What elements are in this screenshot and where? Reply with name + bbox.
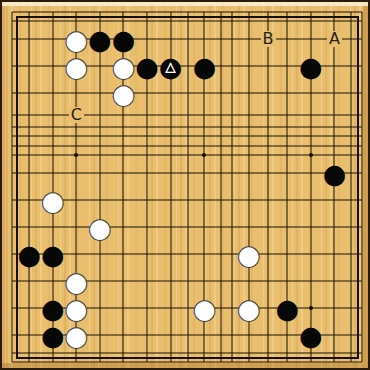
intersection-0-3[interactable] (7, 53, 17, 80)
intersection-16-18[interactable] (323, 358, 347, 367)
intersection-18-18[interactable] (357, 358, 367, 367)
intersection-13-12[interactable] (261, 214, 276, 241)
intersection-14-14[interactable] (276, 268, 300, 295)
intersection-0-2[interactable] (7, 26, 17, 53)
intersection-10-13[interactable] (216, 241, 226, 268)
intersection-7-16[interactable] (159, 322, 183, 349)
intersection-13-11[interactable] (261, 187, 276, 214)
intersection-18-5[interactable] (357, 107, 367, 123)
intersection-8-13[interactable] (182, 241, 192, 268)
intersection-1-16[interactable] (17, 322, 41, 349)
intersection-7-14[interactable] (159, 268, 183, 295)
intersection-9-2[interactable] (193, 26, 217, 53)
intersection-17-8[interactable] (346, 141, 356, 150)
intersection-14-12[interactable] (276, 214, 300, 241)
intersection-5-10[interactable] (112, 160, 136, 187)
intersection-9-7[interactable] (193, 132, 217, 141)
intersection-6-9[interactable] (135, 150, 159, 159)
intersection-1-7[interactable] (17, 132, 41, 141)
intersection-4-6[interactable] (88, 123, 112, 132)
intersection-6-13[interactable] (135, 241, 159, 268)
intersection-6-1[interactable] (135, 16, 159, 25)
black-stone[interactable]: ● (193, 53, 217, 80)
point-label-C[interactable]: C (69, 107, 84, 123)
intersection-3-12[interactable] (65, 214, 89, 241)
intersection-8-2[interactable] (182, 26, 192, 53)
black-stone[interactable]: ● (323, 160, 347, 187)
intersection-3-11[interactable] (65, 187, 89, 214)
intersection-0-16[interactable] (7, 322, 17, 349)
intersection-18-7[interactable] (357, 132, 367, 141)
intersection-5-11[interactable] (112, 187, 136, 214)
intersection-5-12[interactable] (112, 214, 136, 241)
intersection-5-6[interactable] (112, 123, 136, 132)
intersection-11-3[interactable] (227, 53, 237, 80)
intersection-0-15[interactable] (7, 295, 17, 322)
intersection-17-12[interactable] (346, 214, 356, 241)
intersection-5-16[interactable] (112, 322, 136, 349)
intersection-13-9[interactable] (261, 150, 276, 159)
intersection-14-6[interactable] (276, 123, 300, 132)
intersection-18-14[interactable] (357, 268, 367, 295)
intersection-0-12[interactable] (7, 214, 17, 241)
intersection-11-16[interactable] (227, 322, 237, 349)
intersection-12-0[interactable] (237, 7, 261, 16)
intersection-4-0[interactable] (88, 7, 112, 16)
intersection-7-8[interactable] (159, 141, 183, 150)
black-stone[interactable]: ● (41, 322, 65, 349)
intersection-17-13[interactable] (346, 241, 356, 268)
intersection-4-11[interactable] (88, 187, 112, 214)
intersection-13-1[interactable] (261, 16, 276, 25)
intersection-18-15[interactable] (357, 295, 367, 322)
intersection-9-1[interactable] (193, 16, 217, 25)
intersection-18-4[interactable] (357, 80, 367, 107)
intersection-1-3[interactable] (17, 53, 41, 80)
intersection-10-7[interactable] (216, 132, 226, 141)
intersection-4-5[interactable] (88, 107, 112, 123)
intersection-16-13[interactable] (323, 241, 347, 268)
intersection-8-10[interactable] (182, 160, 192, 187)
intersection-17-2[interactable] (346, 26, 356, 53)
intersection-11-4[interactable] (227, 80, 237, 107)
intersection-5-8[interactable] (112, 141, 136, 150)
intersection-10-3[interactable] (216, 53, 226, 80)
intersection-4-7[interactable] (88, 132, 112, 141)
intersection-4-4[interactable] (88, 80, 112, 107)
intersection-12-10[interactable] (237, 160, 261, 187)
intersection-16-11[interactable] (323, 187, 347, 214)
point-label-B[interactable]: B (261, 31, 276, 47)
intersection-2-2[interactable] (41, 26, 65, 53)
intersection-9-4[interactable] (193, 80, 217, 107)
intersection-2-12[interactable] (41, 214, 65, 241)
white-stone[interactable]: ● (112, 53, 136, 80)
intersection-18-6[interactable] (357, 123, 367, 132)
intersection-3-0[interactable] (65, 7, 89, 16)
intersection-18-11[interactable] (357, 187, 367, 214)
intersection-7-17[interactable] (159, 349, 183, 358)
intersection-18-1[interactable] (357, 16, 367, 25)
intersection-1-9[interactable] (17, 150, 41, 159)
intersection-18-0[interactable] (357, 7, 367, 16)
black-stone[interactable]: ● (299, 322, 323, 349)
intersection-18-16[interactable] (357, 322, 367, 349)
intersection-15-4[interactable] (299, 80, 323, 107)
intersection-5-17[interactable] (112, 349, 136, 358)
intersection-11-5[interactable] (227, 107, 237, 123)
intersection-5-0[interactable] (112, 7, 136, 16)
intersection-7-1[interactable] (159, 16, 183, 25)
intersection-12-1[interactable] (237, 16, 261, 25)
intersection-3-6[interactable] (65, 123, 89, 132)
intersection-2-18[interactable] (41, 358, 65, 367)
intersection-10-9[interactable] (216, 150, 226, 159)
intersection-16-15[interactable] (323, 295, 347, 322)
intersection-11-14[interactable] (227, 268, 237, 295)
intersection-6-0[interactable] (135, 7, 159, 16)
intersection-11-17[interactable] (227, 349, 237, 358)
intersection-6-18[interactable] (135, 358, 159, 367)
intersection-7-11[interactable] (159, 187, 183, 214)
intersection-5-14[interactable] (112, 268, 136, 295)
intersection-16-0[interactable] (323, 7, 347, 16)
intersection-14-7[interactable] (276, 132, 300, 141)
intersection-0-10[interactable] (7, 160, 17, 187)
intersection-8-5[interactable] (182, 107, 192, 123)
intersection-16-5[interactable] (323, 107, 347, 123)
intersection-0-8[interactable] (7, 141, 17, 150)
intersection-5-7[interactable] (112, 132, 136, 141)
intersection-9-18[interactable] (193, 358, 217, 367)
intersection-16-14[interactable] (323, 268, 347, 295)
intersection-7-15[interactable] (159, 295, 183, 322)
intersection-2-1[interactable] (41, 16, 65, 25)
intersection-11-0[interactable] (227, 7, 237, 16)
intersection-3-4[interactable] (65, 80, 89, 107)
intersection-15-6[interactable] (299, 123, 323, 132)
intersection-11-2[interactable] (227, 26, 237, 53)
intersection-8-11[interactable] (182, 187, 192, 214)
intersection-3-9[interactable] (65, 150, 89, 159)
intersection-8-0[interactable] (182, 7, 192, 16)
intersection-6-7[interactable] (135, 132, 159, 141)
intersection-16-8[interactable] (323, 141, 347, 150)
intersection-15-15[interactable] (299, 295, 323, 322)
intersection-14-16[interactable] (276, 322, 300, 349)
intersection-8-17[interactable] (182, 349, 192, 358)
white-stone[interactable]: ● (65, 322, 89, 349)
intersection-14-5[interactable] (276, 107, 300, 123)
black-stone[interactable]: ●△ (159, 53, 183, 80)
intersection-9-9[interactable] (193, 150, 217, 159)
intersection-1-4[interactable] (17, 80, 41, 107)
intersection-11-10[interactable] (227, 160, 237, 187)
white-stone[interactable]: ● (112, 80, 136, 107)
intersection-13-6[interactable] (261, 123, 276, 132)
intersection-18-17[interactable] (357, 349, 367, 358)
intersection-0-9[interactable] (7, 150, 17, 159)
intersection-11-8[interactable] (227, 141, 237, 150)
intersection-15-14[interactable] (299, 268, 323, 295)
intersection-6-15[interactable] (135, 295, 159, 322)
intersection-12-16[interactable] (237, 322, 261, 349)
intersection-5-13[interactable] (112, 241, 136, 268)
intersection-9-5[interactable] (193, 107, 217, 123)
white-stone[interactable]: ● (41, 187, 65, 214)
intersection-8-9[interactable] (182, 150, 192, 159)
intersection-15-12[interactable] (299, 214, 323, 241)
intersection-17-7[interactable] (346, 132, 356, 141)
intersection-2-6[interactable] (41, 123, 65, 132)
intersection-15-1[interactable] (299, 16, 323, 25)
intersection-14-4[interactable] (276, 80, 300, 107)
intersection-11-9[interactable] (227, 150, 237, 159)
intersection-16-1[interactable] (323, 16, 347, 25)
intersection-6-6[interactable] (135, 123, 159, 132)
intersection-17-14[interactable] (346, 268, 356, 295)
intersection-0-18[interactable] (7, 358, 17, 367)
intersection-4-16[interactable] (88, 322, 112, 349)
intersection-16-3[interactable] (323, 53, 347, 80)
intersection-6-10[interactable] (135, 160, 159, 187)
intersection-17-1[interactable] (346, 16, 356, 25)
intersection-14-17[interactable] (276, 349, 300, 358)
intersection-7-10[interactable] (159, 160, 183, 187)
intersection-7-13[interactable] (159, 241, 183, 268)
intersection-4-15[interactable] (88, 295, 112, 322)
intersection-13-10[interactable] (261, 160, 276, 187)
intersection-13-4[interactable] (261, 80, 276, 107)
intersection-4-14[interactable] (88, 268, 112, 295)
intersection-2-0[interactable] (41, 7, 65, 16)
intersection-12-11[interactable] (237, 187, 261, 214)
intersection-6-12[interactable] (135, 214, 159, 241)
intersection-12-9[interactable] (237, 150, 261, 159)
intersection-6-5[interactable] (135, 107, 159, 123)
intersection-15-8[interactable] (299, 141, 323, 150)
intersection-7-7[interactable] (159, 132, 183, 141)
intersection-1-18[interactable] (17, 358, 41, 367)
intersection-12-18[interactable] (237, 358, 261, 367)
intersection-17-11[interactable] (346, 187, 356, 214)
intersection-14-18[interactable] (276, 358, 300, 367)
intersection-15-0[interactable] (299, 7, 323, 16)
point-label-A[interactable]: A (327, 31, 342, 47)
intersection-1-17[interactable] (17, 349, 41, 358)
white-stone[interactable]: ● (65, 295, 89, 322)
intersection-15-2[interactable] (299, 26, 323, 53)
intersection-15-9[interactable] (299, 150, 323, 159)
intersection-17-4[interactable] (346, 80, 356, 107)
intersection-5-15[interactable] (112, 295, 136, 322)
intersection-15-18[interactable] (299, 358, 323, 367)
intersection-16-12[interactable] (323, 214, 347, 241)
intersection-16-17[interactable] (323, 349, 347, 358)
intersection-3-7[interactable] (65, 132, 89, 141)
intersection-16-6[interactable] (323, 123, 347, 132)
intersection-2-8[interactable] (41, 141, 65, 150)
intersection-2-4[interactable] (41, 80, 65, 107)
intersection-11-18[interactable] (227, 358, 237, 367)
intersection-15-5[interactable] (299, 107, 323, 123)
intersection-2-10[interactable] (41, 160, 65, 187)
intersection-12-5[interactable] (237, 107, 261, 123)
intersection-0-14[interactable] (7, 268, 17, 295)
intersection-0-17[interactable] (7, 349, 17, 358)
intersection-11-13[interactable] (227, 241, 237, 268)
intersection-17-10[interactable] (346, 160, 356, 187)
intersection-12-4[interactable] (237, 80, 261, 107)
intersection-1-2[interactable] (17, 26, 41, 53)
intersection-10-1[interactable] (216, 16, 226, 25)
intersection-10-12[interactable] (216, 214, 226, 241)
intersection-18-2[interactable] (357, 26, 367, 53)
intersection-14-13[interactable] (276, 241, 300, 268)
intersection-13-3[interactable] (261, 53, 276, 80)
intersection-6-16[interactable] (135, 322, 159, 349)
intersection-17-6[interactable] (346, 123, 356, 132)
intersection-17-0[interactable] (346, 7, 356, 16)
intersection-15-13[interactable] (299, 241, 323, 268)
intersection-13-16[interactable] (261, 322, 276, 349)
intersection-18-10[interactable] (357, 160, 367, 187)
intersection-13-18[interactable] (261, 358, 276, 367)
intersection-15-10[interactable] (299, 160, 323, 187)
intersection-1-8[interactable] (17, 141, 41, 150)
intersection-0-0[interactable] (7, 7, 17, 16)
intersection-4-17[interactable] (88, 349, 112, 358)
intersection-10-5[interactable] (216, 107, 226, 123)
intersection-9-11[interactable] (193, 187, 217, 214)
intersection-7-2[interactable] (159, 26, 183, 53)
intersection-10-17[interactable] (216, 349, 226, 358)
intersection-17-5[interactable] (346, 107, 356, 123)
intersection-8-7[interactable] (182, 132, 192, 141)
intersection-5-9[interactable] (112, 150, 136, 159)
white-stone[interactable]: ● (65, 26, 89, 53)
intersection-10-15[interactable] (216, 295, 226, 322)
intersection-12-2[interactable] (237, 26, 261, 53)
intersection-3-13[interactable] (65, 241, 89, 268)
intersection-4-9[interactable] (88, 150, 112, 159)
black-stone[interactable]: ● (276, 295, 300, 322)
intersection-1-1[interactable] (17, 16, 41, 25)
intersection-14-8[interactable] (276, 141, 300, 150)
intersection-0-13[interactable] (7, 241, 17, 268)
intersection-9-17[interactable] (193, 349, 217, 358)
intersection-8-18[interactable] (182, 358, 192, 367)
intersection-6-4[interactable] (135, 80, 159, 107)
intersection-11-7[interactable] (227, 132, 237, 141)
intersection-7-4[interactable] (159, 80, 183, 107)
intersection-7-9[interactable] (159, 150, 183, 159)
intersection-8-3[interactable] (182, 53, 192, 80)
intersection-17-9[interactable] (346, 150, 356, 159)
intersection-10-6[interactable] (216, 123, 226, 132)
white-stone[interactable]: ● (193, 295, 217, 322)
intersection-1-15[interactable] (17, 295, 41, 322)
intersection-12-12[interactable] (237, 214, 261, 241)
intersection-17-15[interactable] (346, 295, 356, 322)
white-stone[interactable]: ● (237, 241, 261, 268)
intersection-13-15[interactable] (261, 295, 276, 322)
intersection-8-16[interactable] (182, 322, 192, 349)
intersection-16-4[interactable] (323, 80, 347, 107)
intersection-16-7[interactable] (323, 132, 347, 141)
black-stone[interactable]: ● (135, 53, 159, 80)
intersection-18-12[interactable] (357, 214, 367, 241)
intersection-2-14[interactable] (41, 268, 65, 295)
intersection-11-1[interactable] (227, 16, 237, 25)
intersection-9-8[interactable] (193, 141, 217, 150)
intersection-2-7[interactable] (41, 132, 65, 141)
intersection-9-10[interactable] (193, 160, 217, 187)
intersection-16-16[interactable] (323, 322, 347, 349)
intersection-14-0[interactable] (276, 7, 300, 16)
intersection-3-18[interactable] (65, 358, 89, 367)
intersection-10-0[interactable] (216, 7, 226, 16)
intersection-0-7[interactable] (7, 132, 17, 141)
intersection-9-16[interactable] (193, 322, 217, 349)
intersection-11-6[interactable] (227, 123, 237, 132)
intersection-13-13[interactable] (261, 241, 276, 268)
intersection-18-8[interactable] (357, 141, 367, 150)
intersection-0-5[interactable] (7, 107, 17, 123)
intersection-8-15[interactable] (182, 295, 192, 322)
intersection-14-3[interactable] (276, 53, 300, 80)
intersection-2-3[interactable] (41, 53, 65, 80)
intersection-14-9[interactable] (276, 150, 300, 159)
intersection-13-17[interactable] (261, 349, 276, 358)
intersection-17-16[interactable] (346, 322, 356, 349)
black-stone[interactable]: ● (17, 241, 41, 268)
intersection-11-11[interactable] (227, 187, 237, 214)
intersection-1-6[interactable] (17, 123, 41, 132)
intersection-3-8[interactable] (65, 141, 89, 150)
intersection-4-8[interactable] (88, 141, 112, 150)
intersection-13-14[interactable] (261, 268, 276, 295)
black-stone[interactable]: ● (112, 26, 136, 53)
intersection-5-18[interactable] (112, 358, 136, 367)
intersection-13-7[interactable] (261, 132, 276, 141)
intersection-7-5[interactable] (159, 107, 183, 123)
intersection-13-5[interactable] (261, 107, 276, 123)
white-stone[interactable]: ● (65, 53, 89, 80)
black-stone[interactable]: ● (41, 241, 65, 268)
intersection-10-4[interactable] (216, 80, 226, 107)
intersection-7-6[interactable] (159, 123, 183, 132)
intersection-4-3[interactable] (88, 53, 112, 80)
intersection-11-12[interactable] (227, 214, 237, 241)
intersection-9-14[interactable] (193, 268, 217, 295)
intersection-7-0[interactable] (159, 7, 183, 16)
intersection-10-8[interactable] (216, 141, 226, 150)
white-stone[interactable]: ● (65, 268, 89, 295)
intersection-8-6[interactable] (182, 123, 192, 132)
intersection-14-10[interactable] (276, 160, 300, 187)
intersection-13-0[interactable] (261, 7, 276, 16)
intersection-5-5[interactable] (112, 107, 136, 123)
intersection-14-11[interactable] (276, 187, 300, 214)
intersection-6-2[interactable] (135, 26, 159, 53)
white-stone[interactable]: ● (237, 295, 261, 322)
intersection-0-11[interactable] (7, 187, 17, 214)
intersection-10-11[interactable] (216, 187, 226, 214)
intersection-9-13[interactable] (193, 241, 217, 268)
intersection-14-2[interactable] (276, 26, 300, 53)
intersection-17-3[interactable] (346, 53, 356, 80)
